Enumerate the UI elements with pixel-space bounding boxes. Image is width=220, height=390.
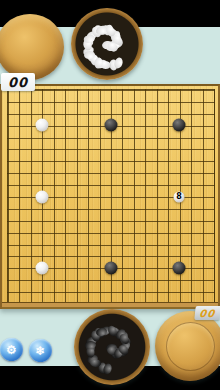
stone-black-Q16 <box>173 119 186 132</box>
app-screen: 8 00 ⚙ ❄ 00 <box>0 0 220 390</box>
stone-white-D4 <box>35 261 48 274</box>
bowl-stone-b <box>102 363 113 376</box>
stone-black-K4 <box>104 261 117 274</box>
stone-black-K16 <box>104 119 117 132</box>
white-bowl-lid <box>0 14 64 80</box>
capture-counter-black: 00 <box>194 306 220 320</box>
stone-white-D16 <box>35 119 48 132</box>
bowl-stone-b <box>95 327 108 338</box>
black-bowl-lid <box>155 311 220 381</box>
new-game-button[interactable]: ❄ <box>29 339 52 362</box>
settings-button[interactable]: ⚙ <box>0 338 23 361</box>
stone-white-D10 <box>35 190 48 203</box>
bowl-stone-w <box>113 57 124 70</box>
go-board[interactable]: 8 <box>0 84 220 309</box>
snowflake-icon: ❄ <box>35 345 45 357</box>
gear-icon: ⚙ <box>6 344 17 356</box>
board-bottom-bevel <box>2 302 218 309</box>
black-stone-bowl <box>74 309 150 385</box>
capture-counter-white-value: 00 <box>8 75 28 90</box>
stone-black-Q4 <box>173 261 186 274</box>
white-stone-bowl <box>71 8 143 80</box>
capture-counter-white: 00 <box>1 73 35 91</box>
stones-layer: 8 <box>2 86 218 309</box>
capture-counter-black-value: 00 <box>199 308 216 319</box>
last-move-stone-white-Q10: 8 <box>174 191 185 202</box>
